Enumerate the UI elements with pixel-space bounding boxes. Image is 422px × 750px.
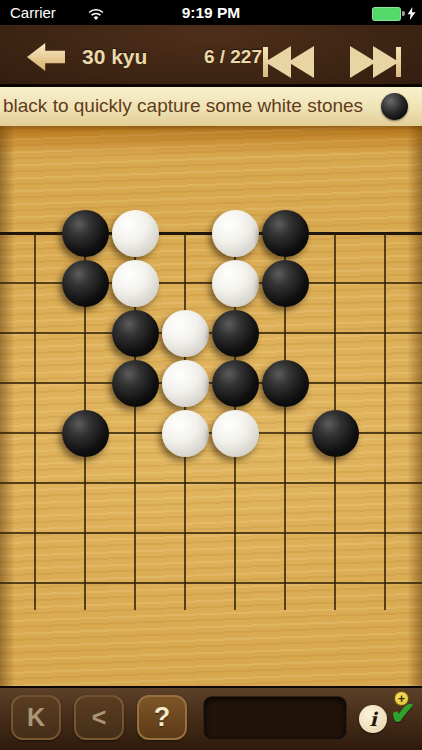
charging-bolt-icon — [407, 6, 416, 24]
last-problem-button[interactable] — [350, 46, 401, 78]
board-grid-line — [34, 233, 36, 610]
battery-tip — [402, 11, 405, 16]
rewind-triangle-icon — [288, 46, 314, 78]
app-screen: Carrier 9:19 PM 30 kyu 6 / 227 — [0, 0, 422, 750]
black-stone[interactable] — [262, 260, 309, 307]
first-problem-button[interactable] — [263, 46, 314, 78]
plus-badge-icon: + — [394, 691, 409, 706]
white-stone[interactable] — [212, 260, 259, 307]
undo-move-button[interactable]: < — [74, 695, 124, 740]
board-grid-line — [384, 233, 386, 610]
black-stone[interactable] — [262, 360, 309, 407]
board-grid-line — [0, 582, 422, 584]
bottom-toolbar: K < ? i ✔ — [0, 686, 422, 750]
hint-button[interactable]: ? — [137, 695, 187, 740]
white-stone[interactable] — [212, 210, 259, 257]
go-to-start-button[interactable]: K — [11, 695, 61, 740]
back-arrow-button[interactable] — [27, 43, 65, 71]
white-stone[interactable] — [162, 310, 209, 357]
problem-statement-text: black to quickly capture some white ston… — [3, 87, 375, 125]
black-stone[interactable] — [112, 310, 159, 357]
black-stone[interactable] — [62, 410, 109, 457]
board-grid-line — [0, 482, 422, 484]
nav-bar: 30 kyu 6 / 227 — [0, 25, 422, 87]
problem-statement-bar: black to quickly capture some white ston… — [0, 87, 422, 128]
rank-label: 30 kyu — [82, 45, 147, 69]
go-board[interactable] — [0, 126, 422, 686]
battery-icon — [372, 7, 401, 21]
white-stone[interactable] — [112, 260, 159, 307]
black-stone[interactable] — [62, 210, 109, 257]
info-button[interactable]: i — [359, 705, 387, 733]
status-display-box — [203, 696, 347, 740]
black-to-play-stone-icon — [381, 93, 408, 120]
black-stone[interactable] — [212, 310, 259, 357]
board-grid-line — [0, 532, 422, 534]
white-stone[interactable] — [112, 210, 159, 257]
forward-bar-icon — [396, 47, 401, 77]
white-stone[interactable] — [162, 360, 209, 407]
black-stone[interactable] — [62, 260, 109, 307]
clock: 9:19 PM — [0, 4, 422, 22]
black-stone[interactable] — [262, 210, 309, 257]
black-stone[interactable] — [312, 410, 359, 457]
status-bar: Carrier 9:19 PM — [0, 0, 422, 25]
white-stone[interactable] — [162, 410, 209, 457]
black-stone[interactable] — [212, 360, 259, 407]
black-stone[interactable] — [112, 360, 159, 407]
problem-progress-label: 6 / 227 — [204, 46, 262, 68]
white-stone[interactable] — [212, 410, 259, 457]
